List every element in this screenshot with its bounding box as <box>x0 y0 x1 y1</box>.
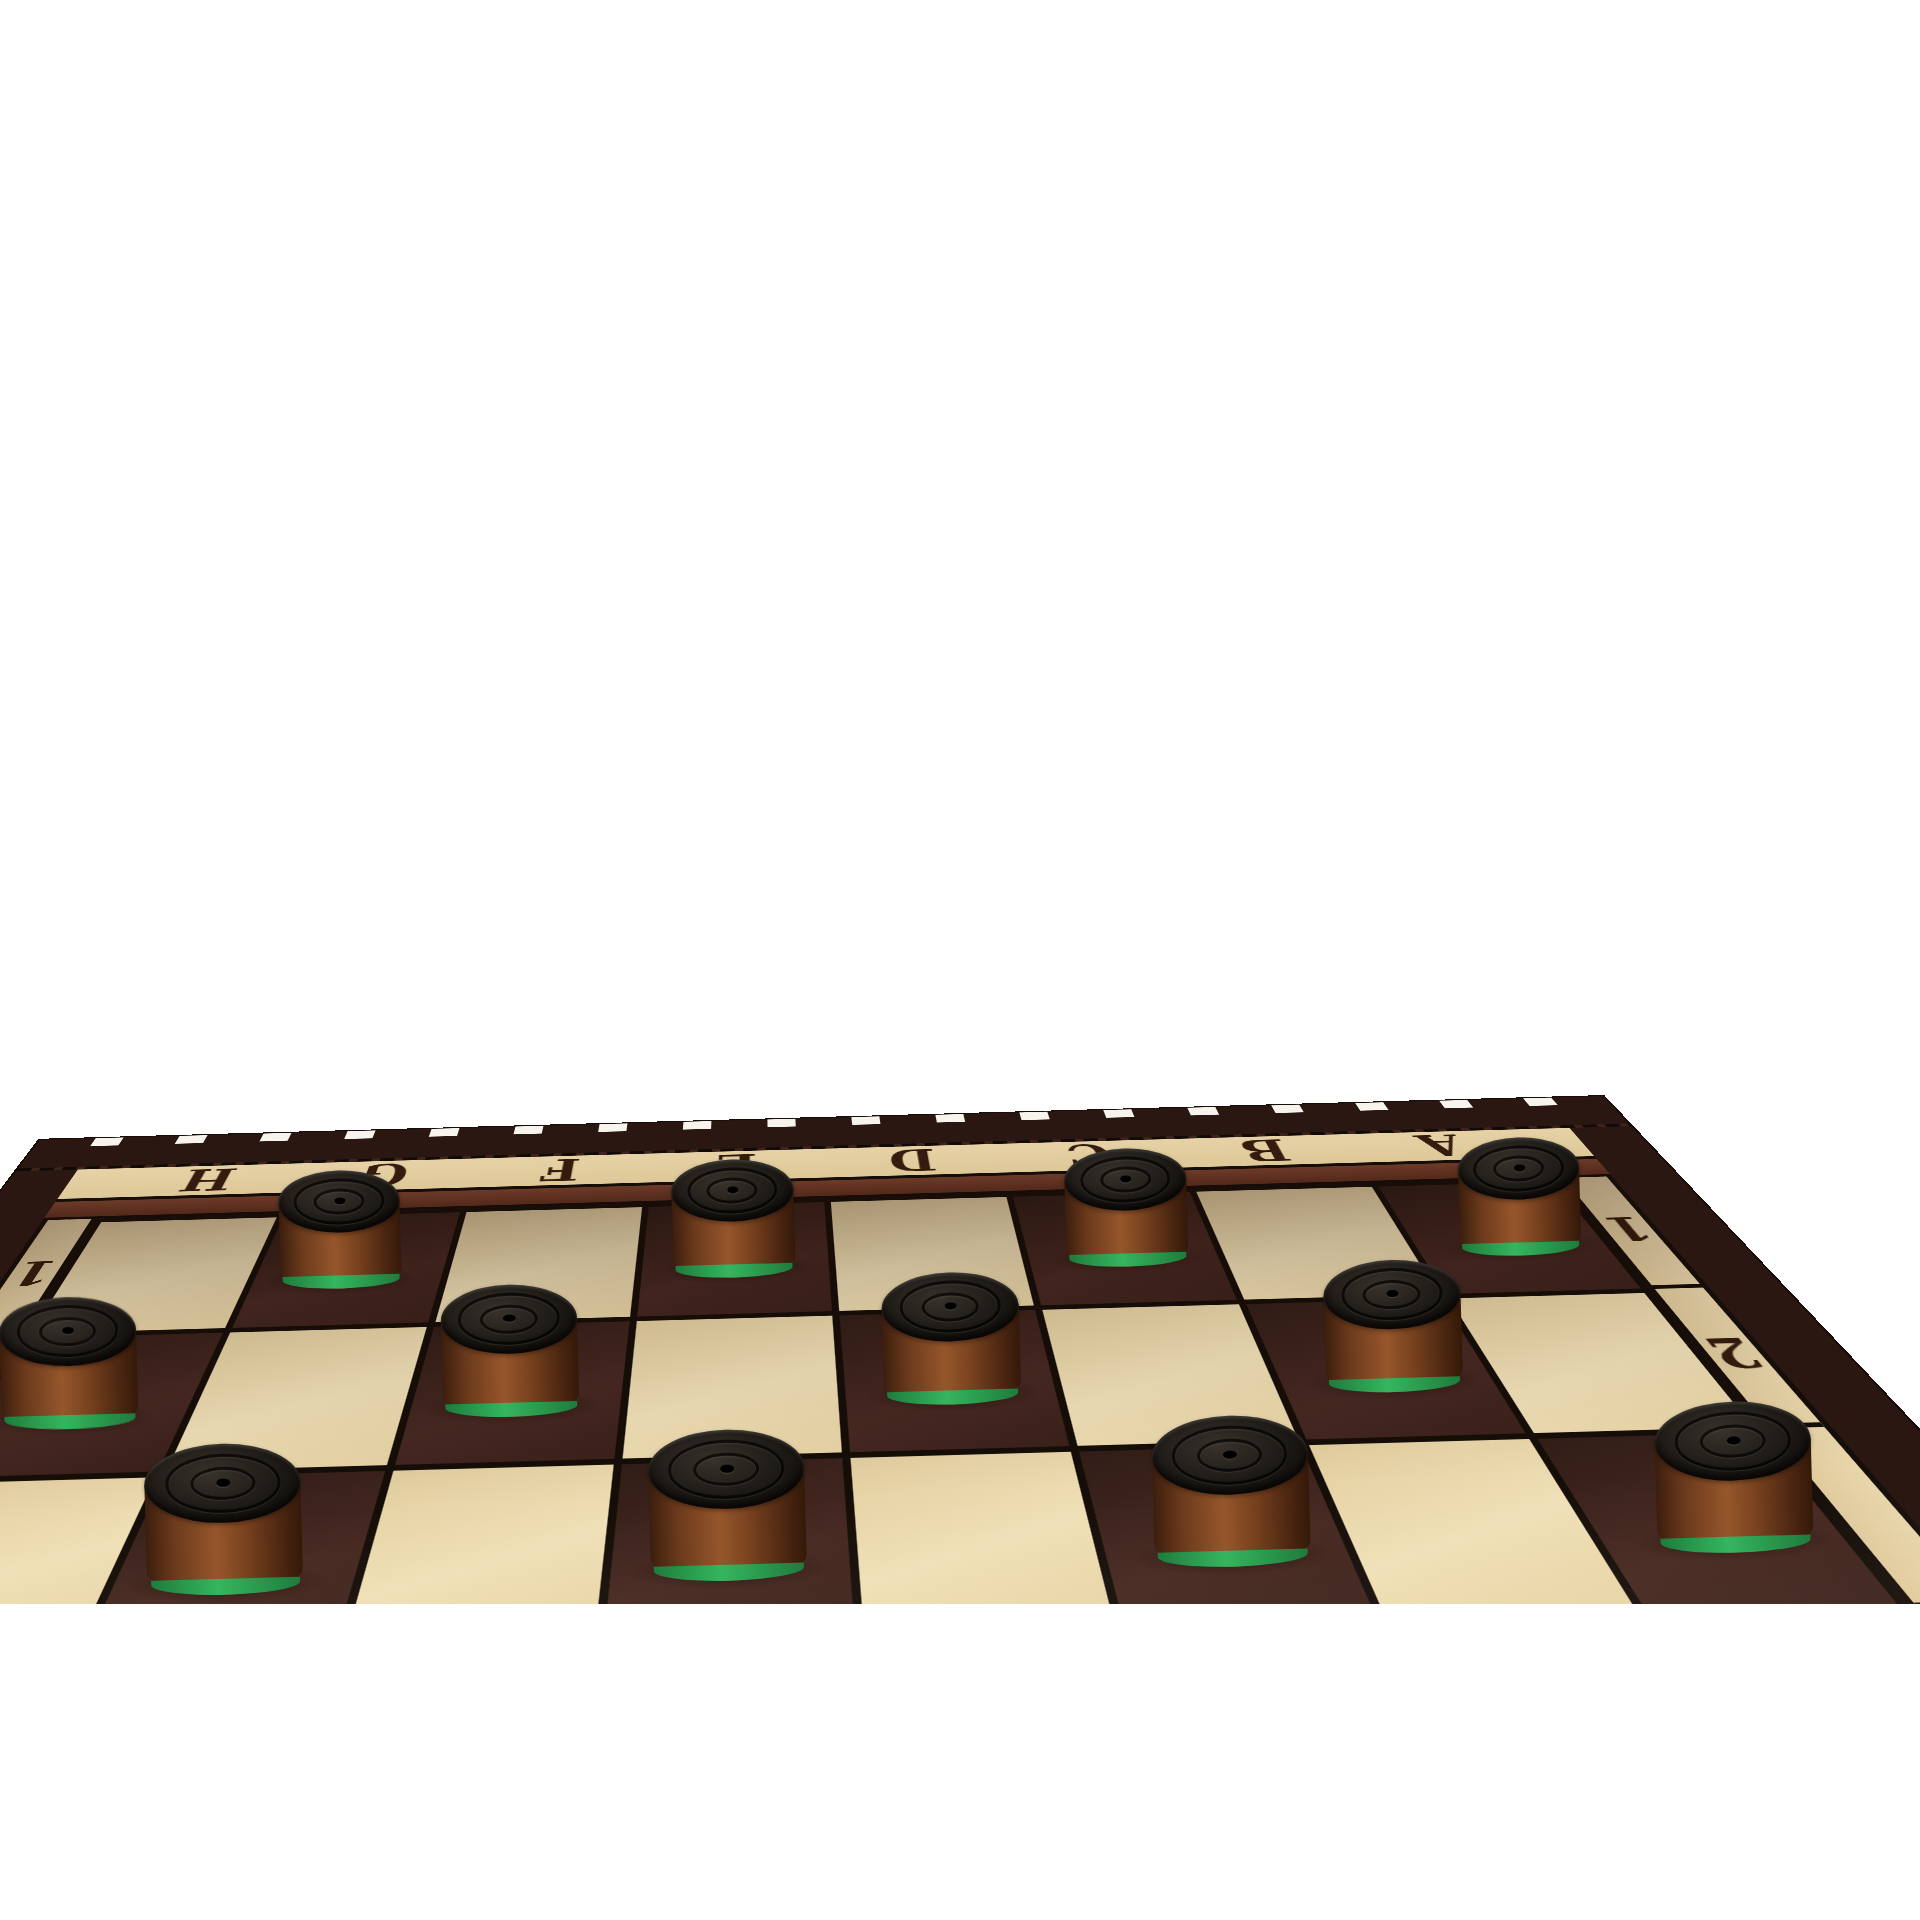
photo-crop-mask <box>0 1604 1920 1920</box>
piece-center-dimple <box>1514 1165 1525 1172</box>
product-photo: HGFEDCBA 12 12 <box>0 0 1920 1920</box>
checker-e1[interactable] <box>670 1158 795 1280</box>
checker-c3[interactable] <box>1150 1414 1310 1570</box>
checker-a3[interactable] <box>1654 1400 1814 1556</box>
checker-b2[interactable] <box>1322 1258 1463 1395</box>
checker-f2[interactable] <box>439 1282 580 1419</box>
file-label-b: B <box>1233 1133 1297 1168</box>
file-label-d: D <box>887 1142 940 1178</box>
checker-c1[interactable] <box>1064 1147 1189 1269</box>
checker-e3[interactable] <box>647 1428 807 1584</box>
checker-d2[interactable] <box>881 1270 1022 1407</box>
piece-center-dimple <box>334 1198 345 1205</box>
checker-g1[interactable] <box>277 1169 402 1291</box>
checker-h2[interactable] <box>0 1295 138 1432</box>
checker-a1[interactable] <box>1457 1136 1582 1258</box>
file-label-f: F <box>537 1152 583 1188</box>
file-label-h: H <box>172 1162 243 1198</box>
checker-g3[interactable] <box>144 1442 304 1598</box>
